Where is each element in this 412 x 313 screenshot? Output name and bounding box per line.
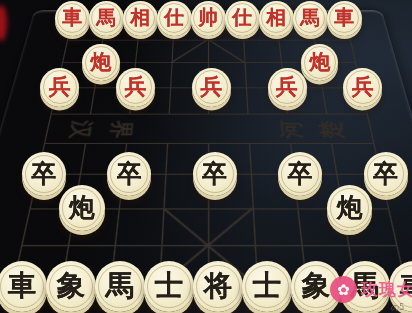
piece-black-elephant[interactable]: 象 bbox=[46, 261, 97, 312]
river-label-left: 汉 界 bbox=[66, 115, 134, 144]
grid-cell bbox=[244, 40, 282, 63]
piece-character: 将 bbox=[204, 272, 232, 300]
piece-black-cannon[interactable]: 炮 bbox=[59, 185, 105, 231]
piece-red-soldier[interactable]: 兵 bbox=[40, 68, 79, 107]
piece-character: 象 bbox=[302, 272, 330, 300]
river-char: 汉 bbox=[62, 120, 97, 138]
piece-character: 卒 bbox=[31, 162, 56, 187]
piece-red-soldier[interactable]: 兵 bbox=[268, 68, 307, 107]
piece-character: 炮 bbox=[309, 52, 330, 73]
piece-character: 炮 bbox=[69, 195, 95, 221]
grid-cell bbox=[209, 115, 250, 144]
piece-red-soldier[interactable]: 兵 bbox=[343, 68, 382, 107]
piece-red-elephant[interactable]: 相 bbox=[123, 1, 158, 36]
piece-red-chariot[interactable]: 車 bbox=[327, 1, 362, 36]
table-photo-scene: 汉 界 河 楚 車馬相仕帅仕相馬車炮炮兵兵兵兵兵卒卒卒卒卒炮炮車象馬士将士象馬車… bbox=[0, 0, 412, 313]
piece-black-advisor[interactable]: 士 bbox=[144, 261, 195, 312]
river-char: 界 bbox=[103, 120, 137, 138]
piece-black-general[interactable]: 将 bbox=[193, 261, 244, 312]
piece-black-chariot[interactable]: 車 bbox=[0, 261, 47, 312]
grid-cell bbox=[209, 209, 256, 246]
piece-character: 馬 bbox=[106, 272, 134, 300]
piece-character: 兵 bbox=[200, 76, 222, 98]
piece-character: 卒 bbox=[202, 162, 227, 187]
grid-cell bbox=[173, 40, 210, 63]
piece-black-horse[interactable]: 馬 bbox=[95, 261, 146, 312]
piece-character: 士 bbox=[253, 272, 281, 300]
piece-red-advisor[interactable]: 仕 bbox=[157, 1, 192, 36]
piece-character: 車 bbox=[8, 272, 36, 300]
piece-red-general[interactable]: 帅 bbox=[191, 1, 226, 36]
piece-black-soldier[interactable]: 卒 bbox=[278, 152, 322, 196]
watermark-text: 玫瑰女性网 bbox=[361, 278, 412, 301]
piece-red-elephant[interactable]: 相 bbox=[259, 1, 294, 36]
grid-cell bbox=[136, 40, 174, 63]
piece-character: 兵 bbox=[49, 76, 71, 98]
watermark: ✿ 玫瑰女性网 bbox=[330, 276, 412, 303]
piece-black-soldier[interactable]: 卒 bbox=[107, 152, 151, 196]
piece-red-horse[interactable]: 馬 bbox=[293, 1, 328, 36]
piece-red-cannon[interactable]: 炮 bbox=[82, 44, 120, 82]
river-char: 河 bbox=[274, 120, 308, 138]
piece-red-advisor[interactable]: 仕 bbox=[225, 1, 260, 36]
piece-red-soldier[interactable]: 兵 bbox=[192, 68, 231, 107]
piece-character: 兵 bbox=[276, 76, 298, 98]
grid-cell bbox=[254, 209, 303, 246]
piece-red-chariot[interactable]: 車 bbox=[55, 1, 90, 36]
piece-black-cannon[interactable]: 炮 bbox=[327, 185, 373, 231]
piece-black-soldier[interactable]: 卒 bbox=[193, 152, 237, 196]
piece-character: 炮 bbox=[90, 52, 111, 73]
grid-cell bbox=[209, 40, 246, 63]
piece-character: 馬 bbox=[96, 8, 116, 28]
piece-black-soldier[interactable]: 卒 bbox=[22, 152, 66, 196]
piece-character: 車 bbox=[334, 8, 354, 28]
grid-cell bbox=[168, 115, 209, 144]
piece-character: 卒 bbox=[288, 162, 313, 187]
river-char: 楚 bbox=[314, 120, 349, 138]
piece-red-soldier[interactable]: 兵 bbox=[116, 68, 155, 107]
piece-character: 馬 bbox=[300, 8, 320, 28]
piece-character: 士 bbox=[155, 272, 183, 300]
piece-character: 炮 bbox=[337, 195, 363, 221]
piece-black-soldier[interactable]: 卒 bbox=[364, 152, 408, 196]
piece-character: 車 bbox=[62, 8, 82, 28]
piece-character: 兵 bbox=[125, 76, 147, 98]
rose-flower-icon: ✿ bbox=[330, 276, 357, 303]
piece-character: 卒 bbox=[373, 162, 398, 187]
piece-black-advisor[interactable]: 士 bbox=[242, 261, 293, 312]
piece-character: 卒 bbox=[117, 162, 142, 187]
grid-cell bbox=[163, 209, 210, 246]
piece-character: 相 bbox=[266, 8, 286, 28]
grid-cell bbox=[116, 209, 165, 246]
piece-character: 象 bbox=[57, 272, 85, 300]
piece-character: 仕 bbox=[164, 8, 184, 28]
red-object-blur bbox=[0, 5, 7, 41]
piece-character: 仕 bbox=[232, 8, 252, 28]
piece-red-horse[interactable]: 馬 bbox=[89, 1, 124, 36]
piece-character: 相 bbox=[130, 8, 150, 28]
piece-character: 兵 bbox=[352, 76, 374, 98]
river-label-right: 河 楚 bbox=[278, 115, 346, 144]
piece-character: 帅 bbox=[198, 8, 218, 28]
corner-note: の5 bbox=[391, 302, 404, 313]
